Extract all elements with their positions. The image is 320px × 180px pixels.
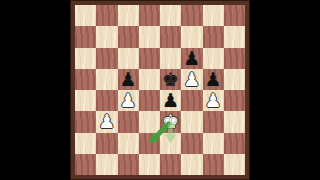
square-b6[interactable] [96,48,117,69]
black-pawn-c5[interactable]: ♟ [120,68,137,89]
square-a5[interactable] [75,69,96,90]
square-d6[interactable] [139,48,160,69]
square-g3[interactable] [203,111,224,132]
square-b1[interactable] [96,154,117,175]
white-pawn-b3[interactable]: ♟ [98,111,115,132]
chess-board: ♟♟♚♟♟♟♟♟♟♚ [71,1,249,179]
square-c8[interactable] [118,5,139,26]
square-g8[interactable] [203,5,224,26]
square-c3[interactable] [118,111,139,132]
square-b2[interactable] [96,133,117,154]
black-pawn-f6[interactable]: ♟ [183,47,200,68]
square-a2[interactable] [75,133,96,154]
square-f1[interactable] [181,154,202,175]
square-b7[interactable] [96,26,117,47]
square-f5[interactable]: ♟ [181,69,202,90]
square-d1[interactable] [139,154,160,175]
square-a4[interactable] [75,90,96,111]
square-d2[interactable] [139,133,160,154]
square-b8[interactable] [96,5,117,26]
white-pawn-c4[interactable]: ♟ [120,90,137,111]
square-c6[interactable] [118,48,139,69]
square-f3[interactable] [181,111,202,132]
square-h1[interactable] [224,154,245,175]
square-f6[interactable]: ♟ [181,48,202,69]
square-h2[interactable] [224,133,245,154]
square-a8[interactable] [75,5,96,26]
square-g5[interactable]: ♟ [203,69,224,90]
black-pawn-e4[interactable]: ♟ [162,90,179,111]
video-frame: { "game": "chess", "position": { "fen": … [0,0,320,180]
square-a3[interactable] [75,111,96,132]
square-d7[interactable] [139,26,160,47]
chess-board-grid: ♟♟♚♟♟♟♟♟♟♚ [75,5,245,175]
square-g2[interactable] [203,133,224,154]
square-a6[interactable] [75,48,96,69]
white-king-e3[interactable]: ♚ [162,111,179,132]
square-g1[interactable] [203,154,224,175]
square-e7[interactable] [160,26,181,47]
square-f7[interactable] [181,26,202,47]
black-king-e5[interactable]: ♚ [162,68,179,89]
square-c2[interactable] [118,133,139,154]
square-a7[interactable] [75,26,96,47]
square-d8[interactable] [139,5,160,26]
square-h6[interactable] [224,48,245,69]
square-d5[interactable] [139,69,160,90]
square-h4[interactable] [224,90,245,111]
square-h5[interactable] [224,69,245,90]
square-d4[interactable] [139,90,160,111]
square-e4[interactable]: ♟ [160,90,181,111]
square-g4[interactable]: ♟ [203,90,224,111]
square-e5[interactable]: ♚ [160,69,181,90]
square-e3[interactable]: ♚ [160,111,181,132]
square-a1[interactable] [75,154,96,175]
black-pawn-g5[interactable]: ♟ [205,68,222,89]
square-f8[interactable] [181,5,202,26]
square-c5[interactable]: ♟ [118,69,139,90]
square-e8[interactable] [160,5,181,26]
square-f4[interactable] [181,90,202,111]
white-pawn-f5[interactable]: ♟ [183,68,200,89]
square-g6[interactable] [203,48,224,69]
square-g7[interactable] [203,26,224,47]
square-d3[interactable] [139,111,160,132]
white-pawn-g4[interactable]: ♟ [205,90,222,111]
square-e2[interactable] [160,133,181,154]
square-c1[interactable] [118,154,139,175]
square-e6[interactable] [160,48,181,69]
square-h3[interactable] [224,111,245,132]
square-c7[interactable] [118,26,139,47]
square-b4[interactable] [96,90,117,111]
square-e1[interactable] [160,154,181,175]
square-f2[interactable] [181,133,202,154]
square-b5[interactable] [96,69,117,90]
square-c4[interactable]: ♟ [118,90,139,111]
square-b3[interactable]: ♟ [96,111,117,132]
square-h8[interactable] [224,5,245,26]
square-h7[interactable] [224,26,245,47]
